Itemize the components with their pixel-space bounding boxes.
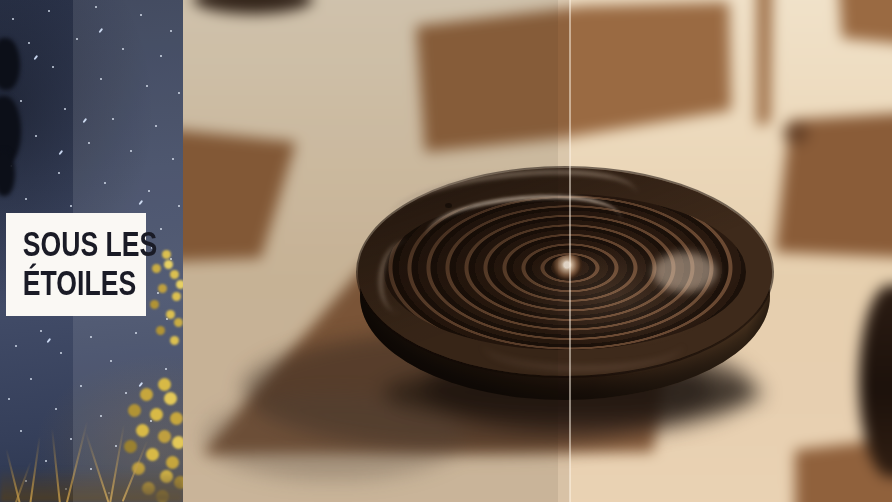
board-photo [183,0,892,502]
stripe-seam [569,0,571,502]
title-line-2: ÉTOILES [23,263,129,302]
dark-stripe-overlay [183,0,558,502]
title-card: SOUS LES ÉTOILES [6,213,146,316]
star-field [0,0,2,2]
poster-panel: SOUS LES ÉTOILES [0,0,183,502]
rim-highlight-right [653,252,717,292]
title-line-1: SOUS LES [23,224,129,263]
video-still-frame: SOUS LES ÉTOILES [0,0,892,502]
